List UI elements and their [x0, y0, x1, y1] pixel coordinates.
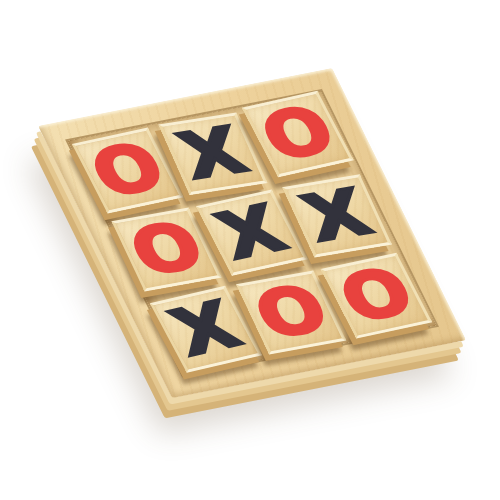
- board-recess: O X O O X X X O O: [65, 89, 439, 377]
- x-piece: X: [295, 181, 381, 252]
- o-piece: O: [251, 97, 344, 171]
- o-piece: O: [121, 214, 213, 286]
- x-piece: X: [162, 292, 250, 365]
- x-piece: X: [171, 119, 256, 189]
- o-piece: O: [330, 259, 423, 333]
- o-piece: O: [81, 134, 174, 208]
- product-photo-stage: O X O O X X X O O: [0, 0, 500, 500]
- o-piece: O: [245, 276, 337, 348]
- tic-tac-toe-board: O X O O X X X O O: [38, 68, 466, 398]
- x-piece: X: [208, 197, 295, 270]
